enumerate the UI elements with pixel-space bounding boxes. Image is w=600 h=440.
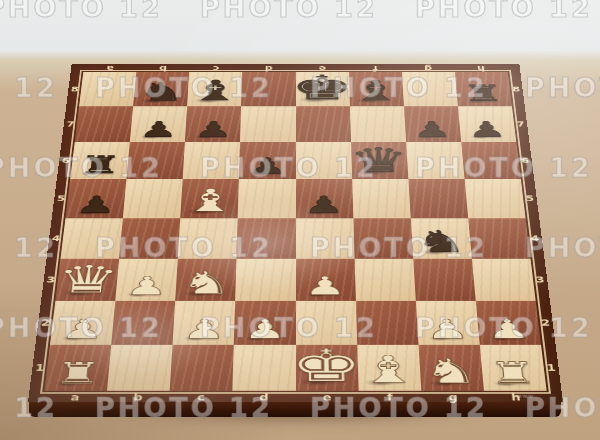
square-e6 <box>296 142 352 179</box>
square-f7 <box>350 106 406 142</box>
square-g8 <box>402 72 458 106</box>
white-bishop-glyph: ♝ <box>182 185 238 217</box>
square-d7 <box>240 106 295 142</box>
piece-white-pawn-b3: ♟ <box>115 258 178 300</box>
piece-black-pawn-d6: ♟ <box>239 142 295 179</box>
square-f3 <box>354 258 415 300</box>
black-bishop-glyph: ♝ <box>188 77 241 105</box>
piece-black-knight-g4: ♞ <box>411 218 472 258</box>
square-g5 <box>408 179 468 218</box>
piece-white-rook-a1: ♜ <box>44 345 111 391</box>
square-f2 <box>356 301 419 345</box>
square-e4 <box>296 218 355 258</box>
square-d3 <box>235 258 295 300</box>
square-h4 <box>468 218 530 258</box>
square-f5 <box>352 179 411 218</box>
black-rook-glyph: ♜ <box>77 153 122 177</box>
piece-white-pawn-d2: ♟ <box>234 301 295 345</box>
white-pawn-glyph: ♟ <box>124 273 168 298</box>
piece-black-knight-b8: ♞ <box>133 72 189 106</box>
piece-black-queen-f6: ♛ <box>351 142 408 179</box>
black-pawn-glyph: ♟ <box>467 119 508 140</box>
black-knight-glyph: ♞ <box>414 226 468 256</box>
black-pawn-glyph: ♟ <box>74 193 117 216</box>
black-king-glyph: ♚ <box>291 71 354 105</box>
watermark-text: PHOTO 12 <box>0 0 163 23</box>
file-label-bottom-f: f <box>358 391 421 402</box>
square-d4 <box>237 218 296 258</box>
piece-white-pawn-e3: ♟ <box>296 258 356 300</box>
square-h3 <box>472 258 536 300</box>
piece-black-pawn-a5: ♟ <box>65 179 126 218</box>
black-bishop-glyph: ♝ <box>350 77 403 105</box>
piece-black-king-e8: ♚ <box>296 72 350 106</box>
square-c1 <box>170 345 234 391</box>
square-a8 <box>79 72 136 106</box>
white-knight-glyph: ♞ <box>179 267 233 298</box>
white-queen-glyph: ♛ <box>53 260 121 298</box>
black-pawn-glyph: ♟ <box>193 119 233 140</box>
white-knight-glyph: ♞ <box>423 354 480 388</box>
square-g3 <box>413 258 476 300</box>
piece-black-pawn-e5: ♟ <box>296 179 354 218</box>
piece-black-bishop-c8: ♝ <box>187 72 242 106</box>
black-pawn-glyph: ♟ <box>412 119 453 140</box>
piece-white-knight-g1: ♞ <box>418 345 484 391</box>
white-king-glyph: ♚ <box>290 343 363 388</box>
piece-white-queen-a3: ♛ <box>55 258 119 300</box>
watermark-text: PHOTO 12 <box>525 72 600 103</box>
square-d8 <box>241 72 295 106</box>
file-label-bottom-e: e <box>296 391 359 402</box>
board-maker-stamp: www <box>516 393 534 398</box>
piece-white-knight-c3: ♞ <box>175 258 236 300</box>
square-a7 <box>75 106 133 142</box>
white-bishop-glyph: ♝ <box>358 351 420 389</box>
black-pawn-glyph: ♟ <box>304 193 345 216</box>
white-pawn-glyph: ♟ <box>486 316 532 343</box>
file-label-bottom-b: b <box>106 391 170 402</box>
square-a4 <box>61 218 123 258</box>
piece-black-bishop-f8: ♝ <box>349 72 404 106</box>
piece-black-pawn-c7: ♟ <box>185 106 241 142</box>
piece-black-pawn-b7: ♟ <box>130 106 187 142</box>
white-pawn-glyph: ♟ <box>182 316 226 343</box>
piece-black-rook-a6: ♜ <box>70 142 130 179</box>
stock-photo-scene: aabbccddeeffgghh8877665544332211 ♞♝♚♝♜♟♟… <box>0 0 600 440</box>
file-label-bottom-d: d <box>232 391 295 402</box>
piece-white-pawn-h2: ♟ <box>476 301 541 345</box>
square-b4 <box>119 218 180 258</box>
piece-white-pawn-c2: ♟ <box>173 301 236 345</box>
white-pawn-glyph: ♟ <box>243 316 287 343</box>
square-c4 <box>178 218 238 258</box>
black-pawn-glyph: ♟ <box>138 119 179 140</box>
black-queen-glyph: ♛ <box>349 144 411 178</box>
white-pawn-glyph: ♟ <box>425 316 470 343</box>
watermark-text: PHOTO 12 <box>200 0 378 23</box>
square-e2 <box>296 301 357 345</box>
square-b5 <box>123 179 183 218</box>
watermark-text: PHOTO 12 <box>0 72 58 103</box>
square-h6 <box>461 142 521 179</box>
piece-black-rook-h8: ♜ <box>455 72 512 106</box>
chess-board: aabbccddeeffgghh8877665544332211 ♞♝♚♝♜♟♟… <box>28 64 563 402</box>
square-d1 <box>233 345 296 391</box>
square-e7 <box>296 106 351 142</box>
piece-black-pawn-g7: ♟ <box>404 106 461 142</box>
piece-white-bishop-f1: ♝ <box>357 345 421 391</box>
white-rook-glyph: ♜ <box>52 359 103 389</box>
black-knight-glyph: ♞ <box>137 79 186 105</box>
square-b6 <box>126 142 185 179</box>
file-label-bottom-a: a <box>43 391 107 402</box>
file-label-bottom-g: g <box>421 391 485 402</box>
white-pawn-glyph: ♟ <box>59 316 105 343</box>
piece-white-rook-h1: ♜ <box>480 345 547 391</box>
square-g6 <box>406 142 465 179</box>
white-pawn-glyph: ♟ <box>304 273 347 298</box>
square-b1 <box>107 345 173 391</box>
square-d5 <box>238 179 296 218</box>
square-h5 <box>465 179 526 218</box>
white-rook-glyph: ♜ <box>488 359 539 389</box>
watermark-text: PHOTO 12 <box>415 0 593 23</box>
piece-black-pawn-h7: ♟ <box>458 106 516 142</box>
black-rook-glyph: ♜ <box>462 82 506 104</box>
square-c6 <box>183 142 240 179</box>
piece-white-pawn-a2: ♟ <box>50 301 115 345</box>
file-label-bottom-c: c <box>169 391 232 402</box>
piece-white-bishop-c5: ♝ <box>180 179 239 218</box>
piece-white-pawn-g2: ♟ <box>416 301 480 345</box>
square-f4 <box>353 218 413 258</box>
square-b2 <box>111 301 175 345</box>
piece-white-king-e1: ♚ <box>296 345 359 391</box>
black-pawn-glyph: ♟ <box>247 155 287 177</box>
